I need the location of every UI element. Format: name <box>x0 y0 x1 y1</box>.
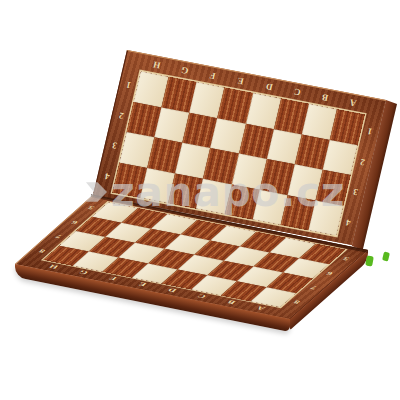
watermark-text: zanapo.cz <box>111 172 345 212</box>
hinge-felt-pad <box>382 251 390 261</box>
zanapo-logo-icon <box>86 179 107 206</box>
folding-chessboard-photo: HGFEDCBA 1234 1234 HGFEDCBA 5678 5678 za… <box>0 0 400 400</box>
hinge-felt-pad <box>365 255 374 266</box>
watermark: zanapo.cz <box>86 172 345 212</box>
